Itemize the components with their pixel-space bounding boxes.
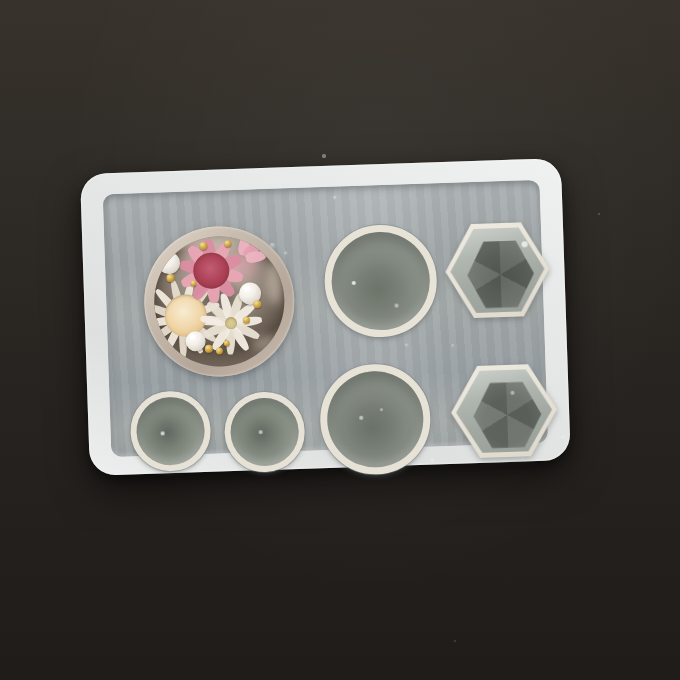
water-droplet [561, 435, 565, 439]
highlight-speck [359, 416, 363, 420]
cavity-interior-small-dome-right [230, 397, 300, 467]
cavity-small-dome-right [223, 391, 306, 474]
cavity-dome-top-middle [323, 223, 439, 339]
cavity-interior-dome-top-middle [330, 230, 431, 331]
photo-backdrop [0, 0, 680, 680]
water-droplet [284, 251, 288, 255]
dust-speck [322, 154, 325, 157]
water-droplet [451, 344, 455, 348]
water-droplet [405, 343, 409, 347]
highlight-speck [259, 430, 263, 434]
pearl-bead [158, 252, 181, 275]
gold-bead [215, 347, 222, 354]
highlight-speck [522, 241, 528, 247]
water-droplet [521, 457, 525, 461]
water-droplet [332, 195, 337, 200]
highlight-speck [379, 408, 382, 411]
mold-recess [103, 180, 548, 457]
highlight-speck [161, 432, 165, 436]
cavity-hex-gem-top-right [444, 222, 551, 319]
cavity-interior-dome-bottom-middle [326, 370, 425, 469]
gold-bead [242, 316, 249, 323]
color-blob [266, 260, 283, 305]
silicone-mold [80, 158, 571, 476]
dust-speck [598, 213, 601, 216]
dust-speck [454, 640, 457, 643]
highlight-speck [395, 304, 399, 308]
water-droplet [430, 458, 435, 463]
cavity-interior-flower-cabochon-large [152, 234, 286, 368]
gold-bead [205, 345, 213, 353]
cavity-interior-small-dome-left [135, 396, 205, 466]
gold-bead [253, 300, 261, 308]
cavity-hex-gem-bottom-right [450, 363, 559, 458]
gold-bead [224, 240, 231, 247]
cavity-small-dome-left [129, 390, 212, 473]
pearl-bead [185, 331, 206, 352]
cavity-dome-bottom-middle [319, 363, 433, 477]
color-blob [262, 243, 268, 249]
